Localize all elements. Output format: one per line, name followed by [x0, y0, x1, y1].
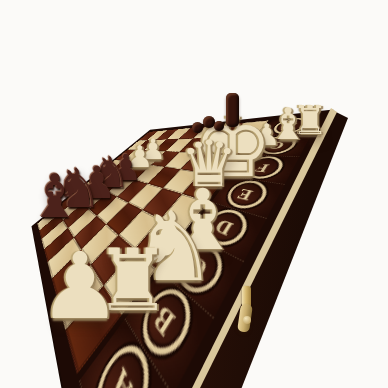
white-pawn: ♟: [39, 241, 121, 333]
king-dark-finial: [226, 93, 239, 127]
product-photo: ABCDEFGH ♟♜♞♝♛♚♟♟♟♟♝♜♝♞♟♞♟: [0, 0, 388, 388]
pieces-layer: ♟♜♞♝♛♚♟♟♟♟♝♜♝♞♟♞♟: [0, 0, 388, 388]
queen-dark-crown-tip: [214, 121, 224, 131]
queen-dark-crown-tip: [192, 122, 203, 133]
black-bishop: ♝: [28, 166, 82, 226]
